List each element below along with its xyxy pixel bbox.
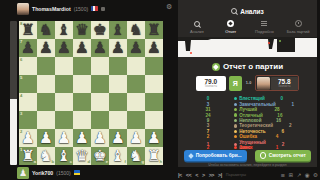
black-accuracy-box: 75.8 Точность — [271, 77, 298, 90]
trial-button[interactable]: Попробовать бри... — [184, 150, 247, 161]
rank-label: 1 — [20, 148, 22, 152]
bottom-player-rating: (1500) — [56, 170, 70, 176]
white-count: 9 — [182, 118, 234, 123]
black-pawn[interactable]: ♟ — [91, 39, 109, 57]
white-pawn[interactable]: ♟ — [55, 129, 73, 147]
classification-row: 9Неплохой16 — [182, 118, 294, 123]
square-c2[interactable]: ♟ — [55, 129, 73, 147]
square-h7[interactable]: ♟ — [145, 39, 163, 57]
classification-row: 0Блестящий0 — [182, 96, 294, 101]
black-count: 2 — [273, 123, 307, 128]
report-badge-icon — [212, 63, 220, 71]
clock-icon — [295, 20, 302, 27]
black-accuracy-group: 75.8 Точность — [255, 75, 299, 91]
search-icon — [231, 8, 237, 14]
rank-label: 3 — [20, 112, 22, 116]
france-flag-icon — [91, 6, 98, 11]
game-result: 1-0 — [246, 81, 252, 85]
classification-row: 31Лучший28 — [182, 107, 294, 112]
white-count: 3 — [182, 102, 234, 107]
square-b7[interactable]: ♟ — [37, 39, 55, 57]
ukraine-flag-icon — [74, 170, 81, 175]
bottom-player-name[interactable]: Yorik700 — [32, 170, 53, 176]
black-king[interactable]: ♚ — [91, 21, 109, 39]
square-a4[interactable]: 4 — [19, 93, 37, 111]
square-d7[interactable]: ♟ — [73, 39, 91, 57]
analysis-panel: Анализ Анализ Отчет Подробно База партий — [178, 0, 317, 167]
square-f4[interactable] — [109, 93, 127, 111]
square-e1[interactable]: e♚ — [91, 147, 109, 165]
tab-report[interactable]: Отчет — [214, 18, 248, 36]
square-e3[interactable] — [91, 111, 109, 129]
square-c7[interactable]: ♟ — [55, 39, 73, 57]
square-f2[interactable]: ♟ — [109, 129, 127, 147]
back-button[interactable]: < — [195, 172, 198, 178]
tab-games-db[interactable]: База партий — [281, 18, 315, 36]
evalbar-white-part — [10, 99, 17, 165]
report-title: Отчет о партии — [223, 62, 283, 71]
square-a2[interactable]: 2♟ — [19, 129, 37, 147]
square-f7[interactable]: ♟ — [109, 39, 127, 57]
eval-black-area — [178, 37, 317, 52]
opponent-avatar[interactable] — [257, 77, 270, 90]
square-b6[interactable] — [37, 57, 55, 75]
white-count: 7 — [182, 129, 234, 134]
fast-back-button[interactable]: << — [186, 172, 191, 178]
file-label: e — [106, 160, 108, 164]
square-d2[interactable]: ♟ — [73, 129, 91, 147]
white-count: 3 — [182, 123, 234, 128]
square-d8[interactable]: ♛ — [73, 21, 91, 39]
white-pawn[interactable]: ♟ — [37, 129, 55, 147]
square-h4[interactable] — [145, 93, 163, 111]
classification-label: Отличный — [239, 113, 263, 118]
tab-analysis[interactable]: Анализ — [180, 18, 214, 36]
app: ThomasMardiot (1500) ⚙ 8♜♞♝♛♚♝♞♜7♟♟♟♟♟♟♟… — [0, 0, 320, 180]
chess-board[interactable]: 8♜♞♝♛♚♝♞♜7♟♟♟♟♟♟♟♟65432♟♟♟♟♟♟♟♟1a♜b♞c♝d♛… — [19, 21, 163, 165]
classification-icon — [234, 103, 237, 106]
white-pawn[interactable]: ♟ — [91, 129, 109, 147]
classification-icon — [234, 119, 237, 122]
black-knight[interactable]: ♞ — [127, 21, 145, 39]
black-bishop[interactable]: ♝ — [55, 21, 73, 39]
settings-icon[interactable]: ⚙ — [313, 172, 318, 178]
go-start-button[interactable]: |< — [178, 172, 182, 178]
accuracy-label: Точность — [204, 85, 217, 89]
hint-text: Чтобы остановить анализ, перейдите в раз… — [178, 163, 317, 167]
square-c6[interactable] — [55, 57, 73, 75]
classification-icon — [234, 146, 237, 149]
accuracy-label: Точность — [278, 85, 291, 89]
square-d4[interactable] — [73, 93, 91, 111]
classification-icon — [234, 113, 237, 116]
classification-label: Замечательный — [239, 102, 276, 107]
black-rook[interactable]: ♜ — [145, 21, 163, 39]
white-pawn[interactable]: ♟ — [109, 129, 127, 147]
classification-icon — [234, 97, 237, 100]
white-count: 2 — [182, 134, 234, 139]
square-f8[interactable]: ♝ — [109, 21, 127, 39]
black-pawn[interactable]: ♟ — [55, 39, 73, 57]
tab-bar: Анализ Отчет Подробно База партий — [178, 18, 317, 36]
square-a3[interactable]: 3 — [19, 111, 37, 129]
panel-header: Анализ — [178, 0, 317, 18]
evaluation-bar — [10, 21, 17, 165]
black-pawn[interactable]: ♟ — [73, 39, 91, 57]
black-pawn[interactable]: ♟ — [37, 39, 55, 57]
square-b8[interactable]: ♞ — [37, 21, 55, 39]
search-icon — [193, 20, 200, 27]
classification-label: Теоретический — [239, 123, 273, 128]
report-heading: Отчет о партии — [178, 62, 317, 71]
accuracy-row: 79.0 Точность Я 1-0 75.8 Точность — [178, 75, 317, 91]
rank-label: 4 — [20, 94, 22, 98]
evalbar-black-part — [10, 21, 17, 99]
bottom-player-bar: ♟ Yorik700 (1500) — [17, 165, 175, 180]
square-d3[interactable] — [73, 111, 91, 129]
square-f3[interactable] — [109, 111, 127, 129]
go-end-button[interactable]: >| — [218, 172, 222, 178]
classification-icon — [234, 135, 237, 138]
classification-list: 0Блестящий03Замечательный131Лучший2824От… — [182, 96, 294, 150]
tab-details[interactable]: Подробно — [248, 18, 282, 36]
evaluation-graph[interactable] — [178, 37, 317, 57]
file-label: g — [141, 160, 144, 164]
black-pawn[interactable]: ♟ — [127, 39, 145, 57]
white-count: 24 — [182, 113, 234, 118]
report-star-icon — [227, 20, 234, 27]
square-b5[interactable] — [37, 75, 55, 93]
square-g6[interactable] — [127, 57, 145, 75]
playback-bar: |<<<<>>>>| Параметры ≡⊞↗◉⚙ — [178, 169, 318, 180]
square-g8[interactable]: ♞ — [127, 21, 145, 39]
white-pawn[interactable]: ♟ — [73, 129, 91, 147]
square-e7[interactable]: ♟ — [91, 39, 109, 57]
square-a6[interactable]: 6 — [19, 57, 37, 75]
square-c3[interactable] — [55, 111, 73, 129]
square-e8[interactable]: ♚ — [91, 21, 109, 39]
club-badge-icon — [101, 7, 105, 11]
square-d5[interactable] — [73, 75, 91, 93]
black-count: 28 — [260, 107, 294, 112]
square-g5[interactable] — [127, 75, 145, 93]
file-label: d — [87, 160, 90, 164]
review-icon — [260, 152, 267, 159]
square-c1[interactable]: c♝ — [55, 147, 73, 165]
diamond-icon — [188, 153, 194, 159]
action-buttons: Попробовать бри... Смотреть отчет — [178, 150, 317, 161]
white-accuracy-box: 79.0 Точность — [196, 76, 226, 91]
share-icon[interactable]: ↗ — [297, 172, 302, 178]
square-g3[interactable] — [127, 111, 145, 129]
square-h8[interactable]: ♜ — [145, 21, 163, 39]
square-e5[interactable] — [91, 75, 109, 93]
classification-row: 7Неточность6 — [182, 129, 294, 134]
square-h2[interactable]: ♟ — [145, 129, 163, 147]
top-player-rating: (1500) — [74, 6, 88, 12]
rank-label: 6 — [20, 58, 22, 62]
bottom-player-avatar[interactable]: ♟ — [17, 167, 29, 179]
square-c4[interactable] — [55, 93, 73, 111]
black-count: 6 — [266, 129, 300, 134]
top-player-name[interactable]: ThomasMardiot — [32, 6, 71, 12]
square-a7[interactable]: 7♟ — [19, 39, 37, 57]
square-b4[interactable] — [37, 93, 55, 111]
forward-button[interactable]: > — [202, 172, 205, 178]
file-label: b — [51, 160, 54, 164]
fast-forward-button[interactable]: >> — [209, 172, 214, 178]
square-a8[interactable]: 8♜ — [19, 21, 37, 39]
square-a5[interactable]: 5 — [19, 75, 37, 93]
classification-label: Блестящий — [239, 96, 265, 101]
square-b3[interactable] — [37, 111, 55, 129]
classification-icon — [234, 124, 237, 127]
square-b1[interactable]: b♞ — [37, 147, 55, 165]
top-player-avatar[interactable] — [17, 3, 29, 15]
rank-label: 7 — [20, 40, 22, 44]
square-f6[interactable] — [109, 57, 127, 75]
file-label: a — [34, 160, 36, 164]
square-h1[interactable]: h♜ — [145, 147, 163, 165]
record-icon[interactable]: ◉ — [305, 172, 310, 178]
file-label: c — [70, 160, 72, 164]
classification-icon — [234, 108, 237, 111]
black-count: 16 — [263, 113, 297, 118]
file-label: f — [125, 160, 126, 164]
me-tag: Я — [229, 76, 242, 91]
layout-icon[interactable]: ⊞ — [289, 172, 294, 178]
playback-controls: |<<<<>>>>| — [178, 172, 222, 178]
report-section: Отчет о партии 79.0 Точность Я 1-0 75.8 … — [178, 62, 317, 150]
view-report-button[interactable]: Смотреть отчет — [255, 150, 311, 161]
classification-row: 1Упущенный шанс2 — [182, 140, 294, 145]
square-c8[interactable]: ♝ — [55, 21, 73, 39]
classification-row: 3Замечательный1 — [182, 101, 294, 106]
black-pawn[interactable]: ♟ — [109, 39, 127, 57]
classification-row: 24Отличный16 — [182, 112, 294, 117]
white-count: 0 — [182, 96, 234, 101]
square-f5[interactable] — [109, 75, 127, 93]
square-g4[interactable] — [127, 93, 145, 111]
square-d1[interactable]: d♛ — [73, 147, 91, 165]
black-bishop[interactable]: ♝ — [109, 21, 127, 39]
square-f1[interactable]: f♝ — [109, 147, 127, 165]
top-player-bar: ThomasMardiot (1500) — [17, 1, 175, 16]
square-d6[interactable] — [73, 57, 91, 75]
moves-list-icon[interactable]: ≡ — [280, 172, 285, 178]
settings-gear-icon[interactable]: ⚙ — [166, 3, 172, 11]
square-e4[interactable] — [91, 93, 109, 111]
square-e2[interactable]: ♟ — [91, 129, 109, 147]
playback-icons: ≡⊞↗◉⚙ — [280, 172, 318, 178]
classification-icon — [234, 130, 237, 133]
black-pawn[interactable]: ♟ — [145, 39, 163, 57]
black-count: 1 — [276, 102, 310, 107]
file-label: h — [159, 160, 162, 164]
square-h5[interactable] — [145, 75, 163, 93]
square-g1[interactable]: g♞ — [127, 147, 145, 165]
square-h3[interactable] — [145, 111, 163, 129]
square-e6[interactable] — [91, 57, 109, 75]
list-icon — [261, 20, 268, 27]
panel-title: Анализ — [240, 8, 264, 15]
white-pawn[interactable]: ♟ — [145, 129, 163, 147]
square-h6[interactable] — [145, 57, 163, 75]
square-g7[interactable]: ♟ — [127, 39, 145, 57]
square-a1[interactable]: 1a♜ — [19, 147, 37, 165]
white-pawn[interactable]: ♟ — [127, 129, 145, 147]
square-g2[interactable]: ♟ — [127, 129, 145, 147]
square-c5[interactable] — [55, 75, 73, 93]
classification-row: 3Теоретический2 — [182, 123, 294, 128]
black-queen[interactable]: ♛ — [73, 21, 91, 39]
black-knight[interactable]: ♞ — [37, 21, 55, 39]
square-b2[interactable]: ♟ — [37, 129, 55, 147]
rank-label: 8 — [20, 22, 22, 26]
rank-label: 2 — [20, 130, 22, 134]
playback-label: Параметры — [226, 173, 246, 177]
classification-label: Лучший — [239, 107, 257, 112]
white-count: 31 — [182, 107, 234, 112]
black-count: 0 — [265, 96, 299, 101]
rank-label: 5 — [20, 76, 22, 80]
